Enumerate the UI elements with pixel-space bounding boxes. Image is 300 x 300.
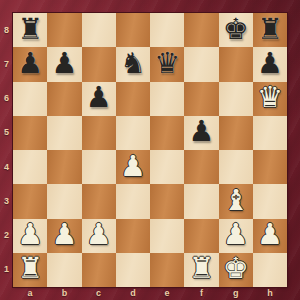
square-c4[interactable] — [82, 150, 116, 184]
square-b5[interactable] — [47, 116, 81, 150]
square-b3[interactable] — [47, 184, 81, 218]
file-label-h: h — [253, 287, 287, 300]
square-g4[interactable] — [219, 150, 253, 184]
square-a7[interactable]: ♟ — [13, 47, 47, 81]
file-label-a: a — [13, 287, 47, 300]
square-c6[interactable]: ♟ — [82, 82, 116, 116]
square-f3[interactable] — [184, 184, 218, 218]
file-label-e: e — [150, 287, 184, 300]
square-g1[interactable]: ♚ — [219, 253, 253, 287]
square-f5[interactable]: ♟ — [184, 116, 218, 150]
black-knight-d7: ♞ — [120, 49, 146, 78]
square-d1[interactable] — [116, 253, 150, 287]
square-b2[interactable]: ♟ — [47, 219, 81, 253]
square-a8[interactable]: ♜ — [13, 13, 47, 47]
square-h4[interactable] — [253, 150, 287, 184]
square-e2[interactable] — [150, 219, 184, 253]
black-pawn-c6: ♟ — [86, 83, 112, 112]
white-pawn-g2: ♟ — [223, 220, 249, 249]
square-f8[interactable] — [184, 13, 218, 47]
file-label-d: d — [116, 287, 150, 300]
square-e8[interactable] — [150, 13, 184, 47]
black-pawn-f5: ♟ — [188, 117, 214, 146]
square-c8[interactable] — [82, 13, 116, 47]
square-d7[interactable]: ♞ — [116, 47, 150, 81]
square-a6[interactable] — [13, 82, 47, 116]
file-label-b: b — [47, 287, 81, 300]
square-h2[interactable]: ♟ — [253, 219, 287, 253]
file-label-c: c — [82, 287, 116, 300]
square-b1[interactable] — [47, 253, 81, 287]
square-h6[interactable]: ♛ — [253, 82, 287, 116]
square-b8[interactable] — [47, 13, 81, 47]
square-b7[interactable]: ♟ — [47, 47, 81, 81]
square-e5[interactable] — [150, 116, 184, 150]
rank-label-2: 2 — [0, 219, 13, 253]
black-pawn-b7: ♟ — [51, 49, 77, 78]
white-queen-h6: ♛ — [257, 83, 283, 112]
square-f6[interactable] — [184, 82, 218, 116]
black-rook-h8: ♜ — [257, 15, 283, 44]
square-d5[interactable] — [116, 116, 150, 150]
square-e4[interactable] — [150, 150, 184, 184]
rank-labels: 87654321 — [0, 13, 13, 287]
square-d2[interactable] — [116, 219, 150, 253]
square-a2[interactable]: ♟ — [13, 219, 47, 253]
square-a1[interactable]: ♜ — [13, 253, 47, 287]
black-pawn-a7: ♟ — [17, 49, 43, 78]
chess-board: ♜♚♜♟♟♞♛♟♟♛♟♟♝♟♟♟♟♟♜♜♚ — [13, 13, 287, 287]
white-pawn-h2: ♟ — [257, 220, 283, 249]
rank-label-7: 7 — [0, 47, 13, 81]
black-rook-a8: ♜ — [17, 15, 43, 44]
square-c7[interactable] — [82, 47, 116, 81]
square-b6[interactable] — [47, 82, 81, 116]
square-h8[interactable]: ♜ — [253, 13, 287, 47]
square-d3[interactable] — [116, 184, 150, 218]
square-h5[interactable] — [253, 116, 287, 150]
square-g2[interactable]: ♟ — [219, 219, 253, 253]
square-c2[interactable]: ♟ — [82, 219, 116, 253]
square-c3[interactable] — [82, 184, 116, 218]
square-a3[interactable] — [13, 184, 47, 218]
white-pawn-b2: ♟ — [51, 220, 77, 249]
square-d6[interactable] — [116, 82, 150, 116]
square-b4[interactable] — [47, 150, 81, 184]
square-g7[interactable] — [219, 47, 253, 81]
square-f2[interactable] — [184, 219, 218, 253]
file-labels: abcdefgh — [13, 287, 287, 300]
square-g5[interactable] — [219, 116, 253, 150]
square-g6[interactable] — [219, 82, 253, 116]
square-f1[interactable]: ♜ — [184, 253, 218, 287]
square-g8[interactable]: ♚ — [219, 13, 253, 47]
square-e1[interactable] — [150, 253, 184, 287]
file-label-g: g — [219, 287, 253, 300]
square-f4[interactable] — [184, 150, 218, 184]
white-pawn-a2: ♟ — [17, 220, 43, 249]
square-e3[interactable] — [150, 184, 184, 218]
rank-label-8: 8 — [0, 13, 13, 47]
white-king-g1: ♚ — [223, 254, 249, 283]
black-pawn-h7: ♟ — [257, 49, 283, 78]
chess-diagram: 87654321 abcdefgh ♜♚♜♟♟♞♛♟♟♛♟♟♝♟♟♟♟♟♜♜♚ — [0, 0, 300, 300]
white-pawn-c2: ♟ — [86, 220, 112, 249]
square-d4[interactable]: ♟ — [116, 150, 150, 184]
white-rook-a1: ♜ — [17, 254, 43, 283]
white-rook-f1: ♜ — [188, 254, 214, 283]
square-a4[interactable] — [13, 150, 47, 184]
square-c5[interactable] — [82, 116, 116, 150]
square-h3[interactable] — [253, 184, 287, 218]
rank-label-1: 1 — [0, 253, 13, 287]
rank-label-6: 6 — [0, 82, 13, 116]
black-queen-e7: ♛ — [154, 49, 180, 78]
square-d8[interactable] — [116, 13, 150, 47]
rank-label-5: 5 — [0, 116, 13, 150]
square-c1[interactable] — [82, 253, 116, 287]
rank-label-3: 3 — [0, 184, 13, 218]
square-g3[interactable]: ♝ — [219, 184, 253, 218]
white-pawn-d4: ♟ — [120, 152, 146, 181]
square-e7[interactable]: ♛ — [150, 47, 184, 81]
square-e6[interactable] — [150, 82, 184, 116]
square-h1[interactable] — [253, 253, 287, 287]
square-a5[interactable] — [13, 116, 47, 150]
square-f7[interactable] — [184, 47, 218, 81]
square-h7[interactable]: ♟ — [253, 47, 287, 81]
black-king-g8: ♚ — [223, 15, 249, 44]
file-label-f: f — [184, 287, 218, 300]
white-bishop-g3: ♝ — [223, 186, 249, 215]
rank-label-4: 4 — [0, 150, 13, 184]
